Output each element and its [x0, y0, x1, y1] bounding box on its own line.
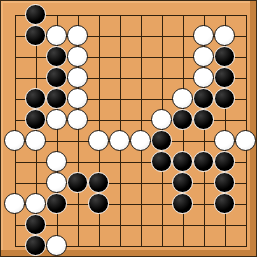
- black-stone: ●: [151, 151, 172, 172]
- black-stone: ●: [214, 46, 235, 67]
- white-stone: ○: [25, 130, 46, 151]
- black-stone-cell[interactable]: ●: [46, 193, 67, 214]
- intersection[interactable]: [235, 214, 256, 235]
- black-stone-cell[interactable]: ●: [151, 130, 172, 151]
- white-stone-cell[interactable]: ○: [151, 109, 172, 130]
- intersection[interactable]: [4, 88, 25, 109]
- intersection[interactable]: [151, 172, 172, 193]
- black-stone-cell[interactable]: ●: [193, 109, 214, 130]
- intersection[interactable]: [193, 172, 214, 193]
- black-stone-cell[interactable]: ●: [172, 193, 193, 214]
- white-stone-cell[interactable]: ○: [235, 130, 256, 151]
- white-stone-cell[interactable]: ○: [172, 88, 193, 109]
- intersection[interactable]: [4, 67, 25, 88]
- intersection[interactable]: [4, 46, 25, 67]
- black-stone: ●: [46, 67, 67, 88]
- white-stone: ○: [214, 25, 235, 46]
- black-stone: ●: [25, 25, 46, 46]
- intersection[interactable]: [235, 109, 256, 130]
- intersection[interactable]: [151, 235, 172, 256]
- black-stone: ●: [193, 88, 214, 109]
- black-stone-cell[interactable]: ●: [214, 46, 235, 67]
- black-stone: ●: [214, 151, 235, 172]
- white-stone-cell[interactable]: ○: [25, 193, 46, 214]
- go-board-grid: ●●○○○○●○○●●○○●●●○○●●●○○○●●○○○○○●○○○●●●●○…: [4, 4, 256, 256]
- white-stone-cell[interactable]: ○: [46, 109, 67, 130]
- white-stone-cell[interactable]: ○: [193, 67, 214, 88]
- intersection[interactable]: [130, 193, 151, 214]
- go-board: ●●○○○○●○○●●○○●●●○○●●●○○○●●○○○○○●○○○●●●●○…: [0, 0, 257, 257]
- intersection[interactable]: [88, 151, 109, 172]
- intersection[interactable]: [193, 193, 214, 214]
- white-stone: ○: [46, 151, 67, 172]
- intersection[interactable]: [88, 46, 109, 67]
- black-stone-cell[interactable]: ●: [25, 4, 46, 25]
- white-stone: ○: [193, 67, 214, 88]
- white-stone: ○: [88, 130, 109, 151]
- intersection[interactable]: [46, 130, 67, 151]
- black-stone-cell[interactable]: ●: [214, 88, 235, 109]
- white-stone-cell[interactable]: ○: [130, 130, 151, 151]
- intersection[interactable]: [235, 4, 256, 25]
- white-stone-cell[interactable]: ○: [67, 46, 88, 67]
- white-stone-cell[interactable]: ○: [88, 130, 109, 151]
- intersection[interactable]: [46, 214, 67, 235]
- intersection[interactable]: [4, 151, 25, 172]
- intersection[interactable]: [25, 46, 46, 67]
- black-stone: ●: [214, 172, 235, 193]
- intersection[interactable]: [46, 4, 67, 25]
- intersection[interactable]: [130, 67, 151, 88]
- black-stone-cell[interactable]: ●: [151, 151, 172, 172]
- intersection[interactable]: [151, 46, 172, 67]
- black-stone-cell[interactable]: ●: [88, 193, 109, 214]
- black-stone: ●: [172, 172, 193, 193]
- black-stone-cell[interactable]: ●: [193, 88, 214, 109]
- intersection[interactable]: [235, 193, 256, 214]
- intersection[interactable]: [109, 235, 130, 256]
- black-stone: ●: [214, 193, 235, 214]
- black-stone: ●: [25, 235, 46, 256]
- intersection[interactable]: [235, 151, 256, 172]
- black-stone: ●: [172, 151, 193, 172]
- intersection[interactable]: [172, 25, 193, 46]
- white-stone-cell[interactable]: ○: [4, 130, 25, 151]
- intersection[interactable]: [235, 25, 256, 46]
- intersection[interactable]: [151, 193, 172, 214]
- intersection[interactable]: [109, 88, 130, 109]
- black-stone: ●: [88, 172, 109, 193]
- intersection[interactable]: [151, 67, 172, 88]
- white-stone-cell[interactable]: ○: [193, 25, 214, 46]
- black-stone: ●: [25, 4, 46, 25]
- intersection[interactable]: [214, 109, 235, 130]
- black-stone-cell[interactable]: ●: [25, 88, 46, 109]
- black-stone-cell[interactable]: ●: [25, 235, 46, 256]
- intersection[interactable]: [130, 46, 151, 67]
- white-stone: ○: [67, 88, 88, 109]
- black-stone-cell[interactable]: ●: [172, 151, 193, 172]
- intersection[interactable]: [130, 214, 151, 235]
- intersection[interactable]: [25, 151, 46, 172]
- intersection[interactable]: [67, 4, 88, 25]
- black-stone: ●: [46, 193, 67, 214]
- intersection[interactable]: [88, 109, 109, 130]
- white-stone: ○: [46, 172, 67, 193]
- white-stone: ○: [46, 235, 67, 256]
- black-stone-cell[interactable]: ●: [88, 172, 109, 193]
- intersection[interactable]: [88, 67, 109, 88]
- black-stone: ●: [193, 109, 214, 130]
- intersection[interactable]: [109, 214, 130, 235]
- intersection[interactable]: [109, 46, 130, 67]
- intersection[interactable]: [193, 235, 214, 256]
- black-stone-cell[interactable]: ●: [25, 25, 46, 46]
- intersection[interactable]: [172, 214, 193, 235]
- intersection[interactable]: [4, 25, 25, 46]
- intersection[interactable]: [109, 4, 130, 25]
- intersection[interactable]: [151, 25, 172, 46]
- white-stone-cell[interactable]: ○: [46, 151, 67, 172]
- white-stone: ○: [214, 130, 235, 151]
- black-stone-cell[interactable]: ●: [67, 172, 88, 193]
- intersection[interactable]: [235, 88, 256, 109]
- black-stone: ●: [67, 172, 88, 193]
- intersection[interactable]: [193, 130, 214, 151]
- intersection[interactable]: [67, 235, 88, 256]
- intersection[interactable]: [214, 235, 235, 256]
- intersection[interactable]: [235, 172, 256, 193]
- intersection[interactable]: [88, 25, 109, 46]
- black-stone: ●: [151, 130, 172, 151]
- black-stone: ●: [25, 109, 46, 130]
- intersection[interactable]: [130, 109, 151, 130]
- black-stone-cell[interactable]: ●: [172, 109, 193, 130]
- black-stone: ●: [88, 193, 109, 214]
- white-stone: ○: [4, 193, 25, 214]
- black-stone: ●: [25, 214, 46, 235]
- black-stone: ●: [46, 88, 67, 109]
- intersection[interactable]: [172, 46, 193, 67]
- white-stone-cell[interactable]: ○: [46, 235, 67, 256]
- white-stone: ○: [67, 67, 88, 88]
- intersection[interactable]: [67, 193, 88, 214]
- white-stone-cell[interactable]: ○: [214, 25, 235, 46]
- intersection[interactable]: [235, 235, 256, 256]
- intersection[interactable]: [151, 88, 172, 109]
- intersection[interactable]: [172, 4, 193, 25]
- intersection[interactable]: [88, 4, 109, 25]
- intersection[interactable]: [67, 151, 88, 172]
- intersection[interactable]: [109, 172, 130, 193]
- white-stone-cell[interactable]: ○: [67, 109, 88, 130]
- white-stone: ○: [67, 46, 88, 67]
- intersection[interactable]: [109, 193, 130, 214]
- intersection[interactable]: [25, 67, 46, 88]
- intersection[interactable]: [193, 214, 214, 235]
- white-stone: ○: [109, 130, 130, 151]
- intersection[interactable]: [25, 172, 46, 193]
- white-stone: ○: [67, 109, 88, 130]
- black-stone: ●: [193, 151, 214, 172]
- intersection[interactable]: [193, 4, 214, 25]
- intersection[interactable]: [109, 109, 130, 130]
- white-stone: ○: [193, 46, 214, 67]
- white-stone-cell[interactable]: ○: [46, 25, 67, 46]
- intersection[interactable]: [109, 67, 130, 88]
- black-stone-cell[interactable]: ●: [214, 67, 235, 88]
- intersection[interactable]: [67, 130, 88, 151]
- intersection[interactable]: [172, 67, 193, 88]
- white-stone: ○: [193, 25, 214, 46]
- black-stone: ●: [214, 88, 235, 109]
- white-stone-cell[interactable]: ○: [67, 25, 88, 46]
- white-stone: ○: [130, 130, 151, 151]
- intersection[interactable]: [130, 88, 151, 109]
- intersection[interactable]: [67, 214, 88, 235]
- intersection[interactable]: [151, 4, 172, 25]
- white-stone: ○: [46, 109, 67, 130]
- black-stone-cell[interactable]: ●: [214, 151, 235, 172]
- black-stone-cell[interactable]: ●: [214, 172, 235, 193]
- white-stone-cell[interactable]: ○: [46, 172, 67, 193]
- intersection[interactable]: [235, 67, 256, 88]
- black-stone-cell[interactable]: ●: [214, 193, 235, 214]
- intersection[interactable]: [130, 172, 151, 193]
- black-stone: ●: [172, 109, 193, 130]
- black-stone: ●: [214, 67, 235, 88]
- white-stone-cell[interactable]: ○: [67, 88, 88, 109]
- black-stone-cell[interactable]: ●: [193, 151, 214, 172]
- intersection[interactable]: [88, 235, 109, 256]
- intersection[interactable]: [130, 25, 151, 46]
- white-stone: ○: [151, 109, 172, 130]
- intersection[interactable]: [4, 109, 25, 130]
- intersection[interactable]: [235, 46, 256, 67]
- black-stone: ●: [46, 46, 67, 67]
- intersection[interactable]: [4, 214, 25, 235]
- black-stone-cell[interactable]: ●: [172, 172, 193, 193]
- white-stone-cell[interactable]: ○: [67, 67, 88, 88]
- intersection[interactable]: [130, 235, 151, 256]
- intersection[interactable]: [214, 4, 235, 25]
- white-stone: ○: [67, 25, 88, 46]
- white-stone-cell[interactable]: ○: [193, 46, 214, 67]
- intersection[interactable]: [4, 4, 25, 25]
- white-stone: ○: [4, 130, 25, 151]
- white-stone-cell[interactable]: ○: [25, 130, 46, 151]
- black-stone-cell[interactable]: ●: [25, 109, 46, 130]
- intersection[interactable]: [214, 214, 235, 235]
- white-stone-cell[interactable]: ○: [214, 130, 235, 151]
- black-stone-cell[interactable]: ●: [25, 214, 46, 235]
- white-stone-cell[interactable]: ○: [109, 130, 130, 151]
- white-stone-cell[interactable]: ○: [4, 193, 25, 214]
- black-stone-cell[interactable]: ●: [46, 46, 67, 67]
- black-stone: ●: [25, 88, 46, 109]
- intersection[interactable]: [130, 4, 151, 25]
- black-stone-cell[interactable]: ●: [46, 88, 67, 109]
- intersection[interactable]: [109, 151, 130, 172]
- white-stone: ○: [172, 88, 193, 109]
- black-stone-cell[interactable]: ●: [46, 67, 67, 88]
- intersection[interactable]: [172, 130, 193, 151]
- intersection[interactable]: [88, 88, 109, 109]
- intersection[interactable]: [109, 25, 130, 46]
- intersection[interactable]: [130, 151, 151, 172]
- intersection[interactable]: [4, 172, 25, 193]
- white-stone: ○: [46, 25, 67, 46]
- intersection[interactable]: [88, 214, 109, 235]
- intersection[interactable]: [4, 235, 25, 256]
- white-stone: ○: [235, 130, 256, 151]
- intersection[interactable]: [172, 235, 193, 256]
- white-stone: ○: [25, 193, 46, 214]
- black-stone: ●: [172, 193, 193, 214]
- intersection[interactable]: [151, 214, 172, 235]
